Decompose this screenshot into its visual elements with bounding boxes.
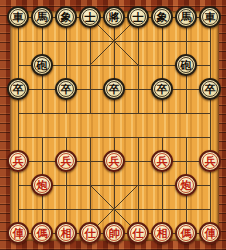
piece-inner-ring: 仕 bbox=[130, 225, 146, 241]
piece-black-chariot[interactable]: 車 bbox=[199, 6, 221, 28]
piece-black-cannon[interactable]: 砲 bbox=[175, 54, 197, 76]
piece-glyph: 仕 bbox=[133, 228, 144, 239]
piece-glyph: 卒 bbox=[13, 84, 24, 95]
piece-inner-ring: 馬 bbox=[178, 9, 194, 25]
piece-glyph: 卒 bbox=[61, 84, 72, 95]
piece-inner-ring: 帥 bbox=[106, 225, 122, 241]
piece-inner-ring: 馬 bbox=[34, 9, 50, 25]
piece-black-elephant[interactable]: 象 bbox=[151, 6, 173, 28]
piece-inner-ring: 兵 bbox=[106, 153, 122, 169]
piece-red-chariot[interactable]: 俥 bbox=[199, 222, 221, 244]
piece-black-soldier[interactable]: 卒 bbox=[7, 78, 29, 100]
piece-glyph: 象 bbox=[61, 12, 72, 23]
piece-glyph: 砲 bbox=[181, 60, 192, 71]
piece-black-chariot[interactable]: 車 bbox=[7, 6, 29, 28]
piece-red-soldier[interactable]: 兵 bbox=[103, 150, 125, 172]
piece-red-cannon[interactable]: 炮 bbox=[31, 174, 53, 196]
piece-glyph: 俥 bbox=[13, 228, 24, 239]
piece-inner-ring: 將 bbox=[106, 9, 122, 25]
piece-glyph: 炮 bbox=[181, 180, 192, 191]
piece-inner-ring: 炮 bbox=[178, 177, 194, 193]
piece-black-soldier[interactable]: 卒 bbox=[199, 78, 221, 100]
piece-glyph: 相 bbox=[61, 228, 72, 239]
piece-red-cannon[interactable]: 炮 bbox=[175, 174, 197, 196]
piece-black-cannon[interactable]: 砲 bbox=[31, 54, 53, 76]
piece-red-soldier[interactable]: 兵 bbox=[55, 150, 77, 172]
piece-glyph: 傌 bbox=[37, 228, 48, 239]
board-surface[interactable] bbox=[10, 11, 219, 241]
piece-glyph: 帥 bbox=[109, 228, 120, 239]
piece-red-elephant[interactable]: 相 bbox=[151, 222, 173, 244]
piece-glyph: 砲 bbox=[37, 60, 48, 71]
piece-inner-ring: 砲 bbox=[178, 57, 194, 73]
piece-black-advisor[interactable]: 士 bbox=[79, 6, 101, 28]
piece-glyph: 馬 bbox=[37, 12, 48, 23]
piece-inner-ring: 炮 bbox=[34, 177, 50, 193]
piece-inner-ring: 卒 bbox=[154, 81, 170, 97]
piece-red-soldier[interactable]: 兵 bbox=[199, 150, 221, 172]
piece-glyph: 相 bbox=[157, 228, 168, 239]
piece-black-general[interactable]: 將 bbox=[103, 6, 125, 28]
piece-glyph: 卒 bbox=[205, 84, 216, 95]
piece-red-general[interactable]: 帥 bbox=[103, 222, 125, 244]
piece-glyph: 卒 bbox=[157, 84, 168, 95]
piece-inner-ring: 卒 bbox=[58, 81, 74, 97]
piece-red-horse[interactable]: 傌 bbox=[175, 222, 197, 244]
piece-glyph: 兵 bbox=[13, 156, 24, 167]
piece-black-horse[interactable]: 馬 bbox=[175, 6, 197, 28]
piece-inner-ring: 相 bbox=[154, 225, 170, 241]
piece-glyph: 士 bbox=[133, 12, 144, 23]
piece-black-soldier[interactable]: 卒 bbox=[55, 78, 77, 100]
piece-glyph: 象 bbox=[157, 12, 168, 23]
piece-inner-ring: 傌 bbox=[178, 225, 194, 241]
piece-red-soldier[interactable]: 兵 bbox=[151, 150, 173, 172]
piece-inner-ring: 兵 bbox=[202, 153, 218, 169]
piece-glyph: 卒 bbox=[109, 84, 120, 95]
piece-inner-ring: 士 bbox=[130, 9, 146, 25]
piece-inner-ring: 車 bbox=[10, 9, 26, 25]
piece-red-horse[interactable]: 傌 bbox=[31, 222, 53, 244]
piece-inner-ring: 象 bbox=[58, 9, 74, 25]
river-area bbox=[18, 113, 210, 137]
piece-inner-ring: 兵 bbox=[154, 153, 170, 169]
piece-glyph: 兵 bbox=[61, 156, 72, 167]
piece-inner-ring: 士 bbox=[82, 9, 98, 25]
piece-black-soldier[interactable]: 卒 bbox=[151, 78, 173, 100]
piece-glyph: 將 bbox=[109, 12, 120, 23]
piece-inner-ring: 卒 bbox=[106, 81, 122, 97]
piece-glyph: 車 bbox=[13, 12, 24, 23]
piece-black-soldier[interactable]: 卒 bbox=[103, 78, 125, 100]
piece-inner-ring: 傌 bbox=[34, 225, 50, 241]
piece-glyph: 仕 bbox=[85, 228, 96, 239]
xiangqi-board: 車馬象士將士象馬車砲砲卒卒卒卒卒兵兵兵兵兵炮炮俥傌相仕帥仕相傌俥 bbox=[0, 0, 226, 250]
piece-glyph: 士 bbox=[85, 12, 96, 23]
piece-inner-ring: 兵 bbox=[58, 153, 74, 169]
piece-inner-ring: 兵 bbox=[10, 153, 26, 169]
piece-inner-ring: 相 bbox=[58, 225, 74, 241]
piece-inner-ring: 砲 bbox=[34, 57, 50, 73]
piece-inner-ring: 俥 bbox=[202, 225, 218, 241]
piece-red-advisor[interactable]: 仕 bbox=[127, 222, 149, 244]
piece-glyph: 炮 bbox=[37, 180, 48, 191]
piece-glyph: 俥 bbox=[205, 228, 216, 239]
piece-red-advisor[interactable]: 仕 bbox=[79, 222, 101, 244]
piece-red-elephant[interactable]: 相 bbox=[55, 222, 77, 244]
piece-inner-ring: 象 bbox=[154, 9, 170, 25]
piece-glyph: 兵 bbox=[205, 156, 216, 167]
piece-inner-ring: 卒 bbox=[202, 81, 218, 97]
piece-glyph: 兵 bbox=[157, 156, 168, 167]
piece-glyph: 車 bbox=[205, 12, 216, 23]
piece-inner-ring: 卒 bbox=[10, 81, 26, 97]
piece-red-soldier[interactable]: 兵 bbox=[7, 150, 29, 172]
piece-red-chariot[interactable]: 俥 bbox=[7, 222, 29, 244]
piece-black-advisor[interactable]: 士 bbox=[127, 6, 149, 28]
piece-inner-ring: 仕 bbox=[82, 225, 98, 241]
piece-black-elephant[interactable]: 象 bbox=[55, 6, 77, 28]
piece-inner-ring: 車 bbox=[202, 9, 218, 25]
piece-inner-ring: 俥 bbox=[10, 225, 26, 241]
piece-glyph: 馬 bbox=[181, 12, 192, 23]
piece-glyph: 傌 bbox=[181, 228, 192, 239]
piece-glyph: 兵 bbox=[109, 156, 120, 167]
piece-black-horse[interactable]: 馬 bbox=[31, 6, 53, 28]
